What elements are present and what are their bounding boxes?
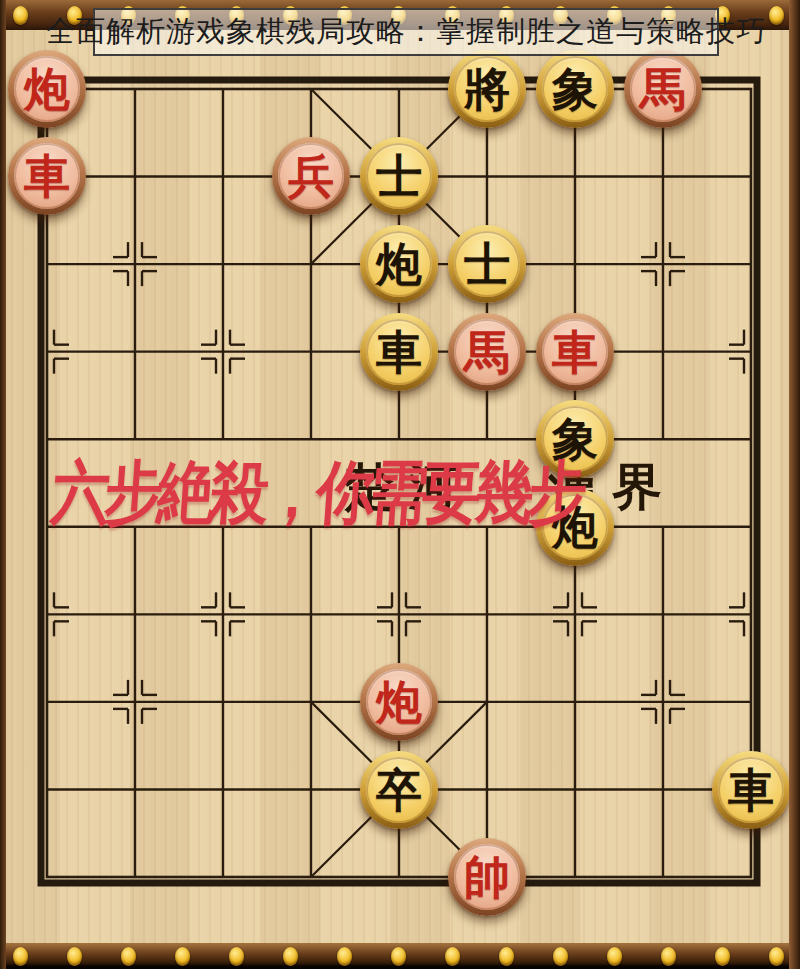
gold-stud-icon	[337, 947, 352, 966]
board-point[interactable]	[91, 746, 179, 834]
board-point[interactable]: 馬	[443, 308, 531, 396]
piece-face: 車	[366, 319, 432, 385]
piece-black-chariot[interactable]: 車	[360, 313, 438, 391]
piece-face: 炮	[366, 669, 432, 735]
piece-face: 馬	[454, 319, 520, 385]
board-point[interactable]: 帥	[443, 833, 531, 921]
board-point[interactable]	[91, 133, 179, 221]
board-point[interactable]	[267, 833, 355, 921]
gold-stud-icon	[229, 947, 244, 966]
board-point[interactable]	[267, 45, 355, 133]
gold-stud-icon	[67, 947, 82, 966]
piece-red-chariot[interactable]: 車	[536, 313, 614, 391]
piece-face: 車	[14, 143, 80, 209]
board-point[interactable]	[619, 395, 707, 483]
board-point[interactable]: 車	[355, 308, 443, 396]
piece-character: 兵	[288, 153, 334, 199]
board-point[interactable]	[707, 395, 795, 483]
piece-black-chariot[interactable]: 車	[712, 751, 790, 829]
piece-character: 馬	[464, 329, 510, 375]
piece-character: 車	[24, 153, 70, 199]
piece-red-cannon[interactable]: 炮	[8, 50, 86, 128]
piece-character: 車	[552, 329, 598, 375]
left-frame-edge	[0, 0, 6, 969]
board-point[interactable]	[707, 45, 795, 133]
gold-stud-icon	[121, 947, 136, 966]
board-point[interactable]: 車	[531, 308, 619, 396]
board-point[interactable]: 炮	[355, 658, 443, 746]
board-point[interactable]	[531, 833, 619, 921]
piece-face: 炮	[14, 56, 80, 122]
piece-face: 象	[542, 56, 608, 122]
board-point[interactable]	[531, 658, 619, 746]
watermark-text: 六步絶殺，你需要幾步	[49, 448, 585, 540]
board-point[interactable]	[707, 833, 795, 921]
board-point[interactable]	[267, 571, 355, 659]
board-point[interactable]	[179, 746, 267, 834]
piece-face: 車	[718, 757, 784, 823]
right-frame-edge	[789, 0, 800, 969]
board-point[interactable]	[355, 571, 443, 659]
board-point[interactable]	[179, 833, 267, 921]
xiangqi-app-screen: 楚河 漢界 炮將象馬車兵士炮士車馬車象炮炮卒車帥 六步絶殺，你需要幾步 全面解析…	[0, 0, 800, 969]
piece-character: 車	[728, 767, 774, 813]
piece-face: 炮	[366, 231, 432, 297]
piece-face: 帥	[454, 844, 520, 910]
board-point[interactable]	[3, 658, 91, 746]
piece-character: 炮	[24, 66, 70, 112]
gold-stud-icon	[607, 947, 622, 966]
piece-red-chariot[interactable]: 車	[8, 137, 86, 215]
gold-stud-icon	[661, 947, 676, 966]
board-point[interactable]	[91, 308, 179, 396]
piece-red-soldier[interactable]: 兵	[272, 137, 350, 215]
piece-face: 士	[454, 231, 520, 297]
board-point[interactable]: 車	[3, 133, 91, 221]
board-point[interactable]	[3, 308, 91, 396]
board-point[interactable]	[91, 220, 179, 308]
board-point[interactable]	[443, 746, 531, 834]
board-point[interactable]	[179, 133, 267, 221]
board-point[interactable]	[267, 746, 355, 834]
board-point[interactable]	[267, 308, 355, 396]
board-point[interactable]	[619, 746, 707, 834]
board-point[interactable]: 兵	[267, 133, 355, 221]
board-point[interactable]: 炮	[355, 220, 443, 308]
board-point[interactable]: 士	[443, 220, 531, 308]
gold-stud-icon	[175, 947, 190, 966]
piece-face: 馬	[630, 56, 696, 122]
piece-black-cannon[interactable]: 炮	[360, 225, 438, 303]
piece-face: 兵	[278, 143, 344, 209]
piece-black-advisor[interactable]: 士	[448, 225, 526, 303]
piece-character: 士	[464, 241, 510, 287]
piece-black-soldier[interactable]: 卒	[360, 751, 438, 829]
board-point[interactable]	[443, 133, 531, 221]
board-point[interactable]	[179, 45, 267, 133]
piece-red-general[interactable]: 帥	[448, 838, 526, 916]
board-point[interactable]	[3, 746, 91, 834]
bottom-frame-bar	[0, 943, 800, 969]
board-point[interactable]	[3, 571, 91, 659]
board-point[interactable]	[619, 308, 707, 396]
board-point[interactable]	[443, 571, 531, 659]
piece-red-horse[interactable]: 馬	[624, 50, 702, 128]
board-point[interactable]	[3, 220, 91, 308]
piece-face: 士	[366, 143, 432, 209]
board-point[interactable]	[267, 220, 355, 308]
board-point[interactable]	[355, 833, 443, 921]
title-banner: 全面解析游戏象棋残局攻略：掌握制胜之道与策略技巧	[93, 8, 719, 56]
board-point[interactable]: 車	[707, 746, 795, 834]
board-point[interactable]	[707, 571, 795, 659]
board-point[interactable]	[619, 133, 707, 221]
gold-stud-icon	[769, 6, 784, 25]
board-point[interactable]	[179, 658, 267, 746]
gold-stud-icon	[13, 6, 28, 25]
piece-black-elephant[interactable]: 象	[536, 50, 614, 128]
board-point[interactable]	[91, 45, 179, 133]
board-point[interactable]: 炮	[3, 45, 91, 133]
piece-character: 象	[552, 66, 598, 112]
piece-face: 車	[542, 319, 608, 385]
board-point[interactable]	[179, 571, 267, 659]
page-title: 全面解析游戏象棋残局攻略：掌握制胜之道与策略技巧	[46, 12, 766, 52]
board-point[interactable]	[619, 571, 707, 659]
gold-stud-icon	[13, 947, 28, 966]
piece-character: 卒	[376, 767, 422, 813]
piece-character: 馬	[640, 66, 686, 112]
board-point[interactable]	[179, 308, 267, 396]
gold-stud-icon	[283, 947, 298, 966]
gold-stud-icon	[391, 947, 406, 966]
board-point[interactable]	[531, 571, 619, 659]
board-point[interactable]	[707, 658, 795, 746]
board-point[interactable]	[707, 220, 795, 308]
board-point[interactable]: 象	[531, 45, 619, 133]
board-point[interactable]	[91, 833, 179, 921]
gold-stud-icon	[445, 947, 460, 966]
piece-character: 帥	[464, 854, 510, 900]
board-point[interactable]	[619, 658, 707, 746]
board-point[interactable]	[443, 658, 531, 746]
gold-stud-icon	[499, 947, 514, 966]
piece-character: 炮	[376, 241, 422, 287]
board-point[interactable]: 馬	[619, 45, 707, 133]
piece-red-horse[interactable]: 馬	[448, 313, 526, 391]
board-point[interactable]	[267, 658, 355, 746]
gold-stud-icon	[553, 947, 568, 966]
board-point[interactable]	[707, 308, 795, 396]
gold-stud-icon	[715, 947, 730, 966]
board-point[interactable]	[179, 220, 267, 308]
piece-face: 卒	[366, 757, 432, 823]
board-point[interactable]	[619, 833, 707, 921]
piece-black-general[interactable]: 將	[448, 50, 526, 128]
board-point[interactable]	[91, 571, 179, 659]
board-point[interactable]	[531, 133, 619, 221]
board-point[interactable]	[619, 483, 707, 571]
board-point[interactable]	[707, 133, 795, 221]
piece-black-advisor[interactable]: 士	[360, 137, 438, 215]
board-point[interactable]	[619, 220, 707, 308]
board-point[interactable]: 士	[355, 133, 443, 221]
board-point[interactable]	[531, 220, 619, 308]
piece-character: 將	[464, 66, 510, 112]
piece-face: 將	[454, 56, 520, 122]
board-point[interactable]	[707, 483, 795, 571]
board-point[interactable]	[355, 45, 443, 133]
gold-stud-icon	[769, 947, 784, 966]
board-point[interactable]: 將	[443, 45, 531, 133]
board-point[interactable]	[531, 746, 619, 834]
board-point[interactable]: 卒	[355, 746, 443, 834]
piece-character: 車	[376, 329, 422, 375]
piece-character: 炮	[376, 679, 422, 725]
piece-red-cannon[interactable]: 炮	[360, 663, 438, 741]
board-point[interactable]	[3, 833, 91, 921]
board-point[interactable]	[91, 658, 179, 746]
piece-character: 士	[376, 153, 422, 199]
